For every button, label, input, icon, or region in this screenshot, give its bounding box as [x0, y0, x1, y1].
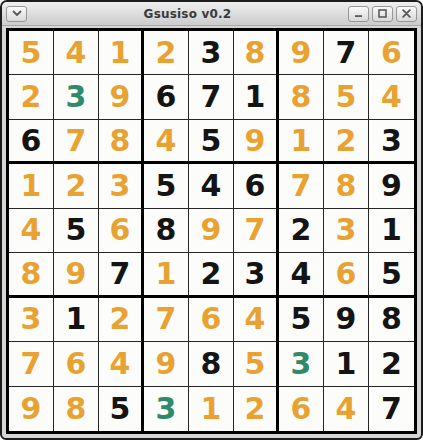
cell-r3c3[interactable]: 8	[99, 120, 144, 164]
cell-r8c6[interactable]: 5	[234, 342, 279, 386]
cell-r2c1[interactable]: 2	[9, 75, 54, 119]
cell-r9c2[interactable]: 8	[54, 387, 99, 431]
cell-r9c8[interactable]: 4	[324, 387, 369, 431]
cell-r4c8[interactable]: 8	[324, 164, 369, 208]
cell-r7c8[interactable]: 9	[324, 298, 369, 342]
cell-r8c9[interactable]: 2	[369, 342, 414, 386]
cell-r6c7[interactable]: 4	[279, 253, 324, 297]
cell-r7c3[interactable]: 2	[99, 298, 144, 342]
cell-r1c5[interactable]: 3	[189, 31, 234, 75]
cell-r8c1[interactable]: 7	[9, 342, 54, 386]
cell-r8c7[interactable]: 3	[279, 342, 324, 386]
cell-r5c3[interactable]: 6	[99, 209, 144, 253]
cell-r8c5[interactable]: 8	[189, 342, 234, 386]
cell-r4c7[interactable]: 7	[279, 164, 324, 208]
cell-r9c7[interactable]: 6	[279, 387, 324, 431]
cell-r6c3[interactable]: 7	[99, 253, 144, 297]
cell-r4c4[interactable]: 5	[144, 164, 189, 208]
cell-r1c6[interactable]: 8	[234, 31, 279, 75]
cell-r5c2[interactable]: 5	[54, 209, 99, 253]
cell-r7c2[interactable]: 1	[54, 298, 99, 342]
cell-r8c2[interactable]: 6	[54, 342, 99, 386]
cell-r9c3[interactable]: 5	[99, 387, 144, 431]
cell-r3c9[interactable]: 3	[369, 120, 414, 164]
cell-r9c6[interactable]: 2	[234, 387, 279, 431]
cell-r3c2[interactable]: 7	[54, 120, 99, 164]
cell-r2c5[interactable]: 7	[189, 75, 234, 119]
window-menu-button[interactable]	[6, 6, 27, 22]
cell-r4c6[interactable]: 6	[234, 164, 279, 208]
cell-r3c5[interactable]: 5	[189, 120, 234, 164]
cell-r5c6[interactable]: 7	[234, 209, 279, 253]
close-icon	[402, 9, 411, 18]
maximize-icon	[378, 9, 387, 18]
cell-r7c9[interactable]: 8	[369, 298, 414, 342]
cell-r4c5[interactable]: 4	[189, 164, 234, 208]
cell-r8c3[interactable]: 4	[99, 342, 144, 386]
cell-r4c9[interactable]: 9	[369, 164, 414, 208]
cell-r1c3[interactable]: 1	[99, 31, 144, 75]
cell-r6c6[interactable]: 3	[234, 253, 279, 297]
window-title: Gsusiso v0.2	[30, 6, 345, 22]
cell-r5c5[interactable]: 9	[189, 209, 234, 253]
cell-r3c7[interactable]: 1	[279, 120, 324, 164]
minimize-button[interactable]	[348, 6, 369, 22]
cell-r3c4[interactable]: 4	[144, 120, 189, 164]
cell-r5c1[interactable]: 4	[9, 209, 54, 253]
cell-r7c7[interactable]: 5	[279, 298, 324, 342]
cell-r8c4[interactable]: 9	[144, 342, 189, 386]
cell-r9c5[interactable]: 1	[189, 387, 234, 431]
cell-r7c6[interactable]: 4	[234, 298, 279, 342]
cell-r8c8[interactable]: 1	[324, 342, 369, 386]
cell-r9c4[interactable]: 3	[144, 387, 189, 431]
cell-r1c8[interactable]: 7	[324, 31, 369, 75]
cell-r4c1[interactable]: 1	[9, 164, 54, 208]
minimize-icon	[354, 10, 363, 18]
cell-r3c1[interactable]: 6	[9, 120, 54, 164]
window-controls	[348, 6, 417, 22]
maximize-button[interactable]	[372, 6, 393, 22]
cell-r7c1[interactable]: 3	[9, 298, 54, 342]
cell-r9c9[interactable]: 7	[369, 387, 414, 431]
cell-r7c5[interactable]: 6	[189, 298, 234, 342]
cell-r3c6[interactable]: 9	[234, 120, 279, 164]
cell-r2c6[interactable]: 1	[234, 75, 279, 119]
cell-r9c1[interactable]: 9	[9, 387, 54, 431]
chevron-down-icon	[12, 10, 22, 17]
board-area: 5412389762396718546784591231235467894568…	[2, 26, 421, 438]
cell-r2c7[interactable]: 8	[279, 75, 324, 119]
cell-r2c4[interactable]: 6	[144, 75, 189, 119]
titlebar[interactable]: Gsusiso v0.2	[2, 2, 421, 26]
cell-r1c2[interactable]: 4	[54, 31, 99, 75]
sudoku-board: 5412389762396718546784591231235467894568…	[6, 28, 417, 434]
cell-r2c3[interactable]: 9	[99, 75, 144, 119]
cell-r7c4[interactable]: 7	[144, 298, 189, 342]
app-window: Gsusiso v0.2 541238976239671854678459123…	[0, 0, 423, 440]
cell-r1c4[interactable]: 2	[144, 31, 189, 75]
cell-r4c3[interactable]: 3	[99, 164, 144, 208]
cell-r1c9[interactable]: 6	[369, 31, 414, 75]
cell-r6c1[interactable]: 8	[9, 253, 54, 297]
cell-r4c2[interactable]: 2	[54, 164, 99, 208]
cell-r1c7[interactable]: 9	[279, 31, 324, 75]
cell-r6c9[interactable]: 5	[369, 253, 414, 297]
cell-r2c2[interactable]: 3	[54, 75, 99, 119]
cell-r1c1[interactable]: 5	[9, 31, 54, 75]
cell-r6c8[interactable]: 6	[324, 253, 369, 297]
cell-r6c2[interactable]: 9	[54, 253, 99, 297]
cell-r6c5[interactable]: 2	[189, 253, 234, 297]
cell-r2c9[interactable]: 4	[369, 75, 414, 119]
cell-r6c4[interactable]: 1	[144, 253, 189, 297]
close-button[interactable]	[396, 6, 417, 22]
cell-r5c7[interactable]: 2	[279, 209, 324, 253]
cell-r5c4[interactable]: 8	[144, 209, 189, 253]
cell-r3c8[interactable]: 2	[324, 120, 369, 164]
cell-r2c8[interactable]: 5	[324, 75, 369, 119]
cell-r5c9[interactable]: 1	[369, 209, 414, 253]
cell-r5c8[interactable]: 3	[324, 209, 369, 253]
